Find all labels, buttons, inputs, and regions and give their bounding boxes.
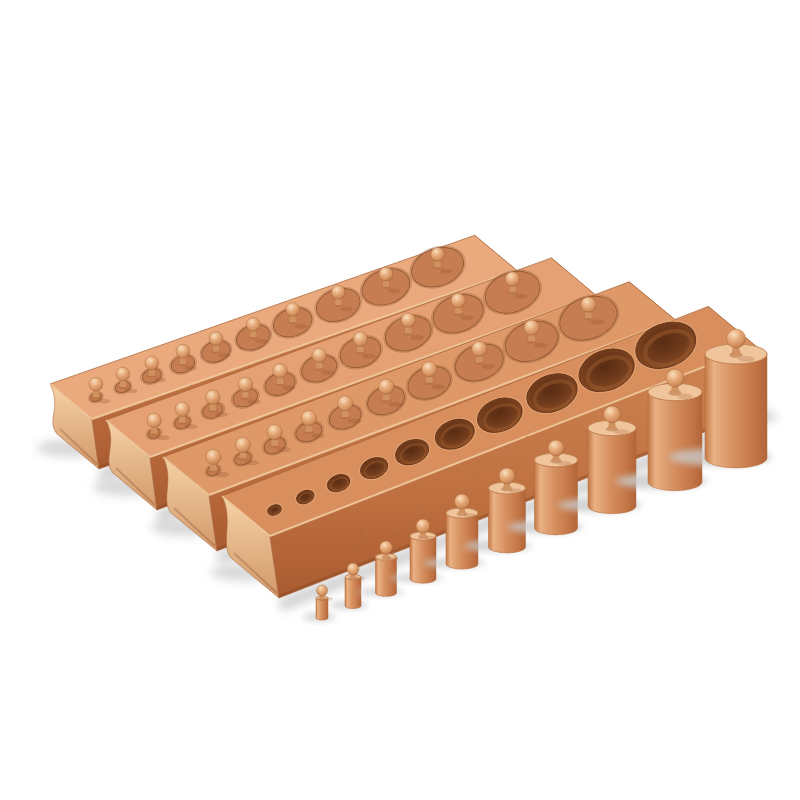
- knob-cast-shadow: [410, 335, 423, 340]
- knob-cast-shadow: [218, 353, 230, 358]
- knob-sphere: [378, 379, 393, 394]
- knob-sphere: [338, 396, 353, 411]
- knob-sphere: [451, 293, 466, 308]
- knob-cast-shadow: [156, 435, 169, 440]
- knob-sphere: [431, 247, 445, 261]
- knob-sphere: [524, 320, 539, 335]
- block-4-speckle: [354, 548, 356, 550]
- knob-cast-shadow: [388, 402, 402, 407]
- knob-cast-shadow: [125, 389, 137, 394]
- knob-cast-shadow: [432, 384, 446, 389]
- knob-cast-shadow: [311, 433, 325, 438]
- knob-sphere: [505, 272, 520, 287]
- knob-cast-shadow: [248, 399, 261, 404]
- knob-sphere: [455, 494, 470, 509]
- knob-cast-shadow: [482, 364, 496, 369]
- knob-sphere: [317, 585, 328, 596]
- knob-cast-shadow: [282, 385, 295, 390]
- knob-cast-shadow: [591, 320, 605, 325]
- knob-sphere: [176, 344, 190, 358]
- knob-cast-shadow: [216, 472, 230, 477]
- knob-sphere: [353, 332, 368, 347]
- cylinder-body: [446, 513, 478, 569]
- knob-cast-shadow: [340, 307, 352, 312]
- knob-sphere: [401, 313, 416, 328]
- block-4-speckle: [378, 529, 379, 530]
- knob-sphere: [379, 267, 393, 281]
- block-4-speckle: [504, 455, 506, 457]
- knob-sphere: [147, 413, 162, 428]
- block-4-speckle: [471, 476, 473, 478]
- knob-cast-shadow: [347, 418, 361, 423]
- block-1-speckle: [190, 384, 192, 386]
- block-4-speckle: [528, 439, 529, 440]
- knob-cast-shadow: [277, 447, 291, 452]
- knob-sphere: [331, 285, 345, 299]
- knob-cast-shadow: [98, 399, 110, 404]
- block-4-speckle: [532, 493, 534, 495]
- knob-sphere: [347, 563, 359, 575]
- knob-cast-shadow: [185, 366, 197, 371]
- block-3-speckle: [218, 539, 221, 542]
- knob-sphere: [286, 303, 300, 317]
- knob-sphere: [267, 424, 282, 439]
- block-4-speckle: [361, 529, 364, 532]
- cylinder-body: [588, 428, 636, 514]
- knob-cast-shadow: [255, 339, 267, 344]
- block-4-speckle: [283, 584, 285, 586]
- block-4-speckle: [394, 533, 396, 535]
- knob-sphere: [422, 362, 437, 377]
- knob-cast-shadow: [515, 294, 528, 299]
- block-4-speckle: [372, 496, 373, 497]
- cylinder-body: [489, 488, 526, 553]
- knob-sphere: [499, 468, 515, 484]
- cylinder-body: [410, 536, 436, 583]
- knob-cast-shadow: [534, 343, 548, 348]
- cylinder-blocks-scene: [0, 0, 800, 800]
- knob-sphere: [206, 449, 221, 464]
- knob-sphere: [206, 390, 221, 405]
- knob-cast-shadow: [154, 378, 166, 383]
- knob-cast-shadow: [215, 412, 228, 417]
- knob-sphere: [116, 367, 130, 381]
- knob-sphere: [548, 440, 564, 456]
- knob-sphere: [238, 377, 253, 392]
- knob-cast-shadow: [245, 460, 259, 465]
- cylinder-body: [705, 354, 767, 468]
- knob-sphere: [301, 411, 316, 426]
- knob-sphere: [145, 356, 159, 370]
- block-4-speckle: [360, 533, 362, 535]
- knob-cast-shadow: [295, 324, 307, 329]
- block-2-speckle: [165, 480, 167, 482]
- block-4-speckle: [585, 430, 587, 432]
- block-3-speckle: [216, 518, 218, 520]
- knob-sphere: [235, 437, 250, 452]
- knob-sphere: [175, 402, 190, 417]
- knob-sphere: [416, 519, 430, 533]
- knob-sphere: [380, 541, 393, 554]
- cylinder-body: [535, 460, 578, 535]
- block-4-speckle: [644, 454, 646, 456]
- block-4-speckle: [422, 477, 423, 478]
- knob-sphere: [581, 297, 596, 312]
- block-4-speckle: [439, 499, 441, 501]
- knob-sphere: [273, 363, 288, 378]
- block-4-speckle: [525, 435, 528, 438]
- block-4-speckle: [505, 448, 507, 450]
- knob-sphere: [312, 348, 327, 363]
- block-4-speckle: [420, 511, 421, 512]
- knob-cast-shadow: [363, 354, 376, 359]
- knob-sphere: [604, 406, 621, 423]
- knob-sphere: [209, 332, 223, 346]
- knob-sphere: [727, 329, 746, 348]
- cylinder-body: [648, 392, 702, 491]
- knob-cast-shadow: [185, 424, 198, 429]
- block-4-speckle: [694, 373, 696, 375]
- cylinder-body: [316, 598, 328, 620]
- knob-sphere: [666, 369, 684, 387]
- knob-cast-shadow: [440, 269, 452, 274]
- knob-sphere: [246, 317, 260, 331]
- knob-cast-shadow: [321, 370, 334, 375]
- knob-cast-shadow: [388, 289, 400, 294]
- block-4-speckle: [361, 536, 363, 538]
- knob-sphere: [472, 341, 487, 356]
- knob-cast-shadow: [460, 315, 473, 320]
- knob-sphere: [89, 377, 103, 391]
- photo-canvas: [0, 0, 800, 800]
